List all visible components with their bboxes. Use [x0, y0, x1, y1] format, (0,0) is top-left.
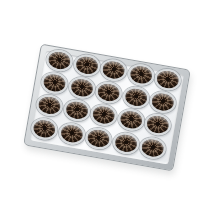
product-photo [0, 0, 200, 200]
baking-mold [121, 84, 150, 109]
baking-mold [99, 56, 128, 81]
mold-grid [24, 44, 189, 170]
baking-mold [94, 79, 123, 104]
baking-mold [110, 130, 139, 155]
baking-mold [34, 93, 63, 118]
baking-mold [66, 75, 95, 100]
baking-mold [116, 107, 145, 132]
baking-mold [88, 102, 117, 127]
baking-mold [138, 135, 167, 160]
baking-mold [83, 125, 112, 150]
baking-mold [143, 112, 172, 137]
baking-mold [39, 70, 68, 95]
baking-mold [126, 61, 155, 86]
baking-mold [56, 120, 85, 145]
baking-mold [148, 89, 177, 114]
baking-mold [153, 66, 182, 91]
sheet-pan [23, 43, 191, 171]
baking-mold [44, 47, 73, 72]
baking-mold [29, 116, 58, 141]
baking-mold [71, 52, 100, 77]
baking-mold [61, 97, 90, 122]
